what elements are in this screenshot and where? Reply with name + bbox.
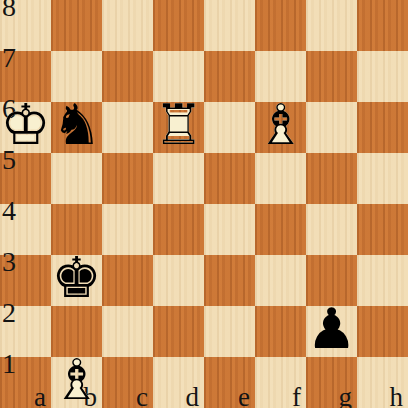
white-king-outline-glyph: ♔	[0, 99, 51, 150]
white-rook-outline-glyph: ♖	[153, 99, 204, 150]
black-pawn[interactable]: ♟	[306, 306, 357, 357]
black-king-glyph: ♚	[51, 252, 102, 303]
file-label-e: e	[204, 383, 250, 408]
white-bishop-outline-glyph: ♗	[255, 99, 306, 150]
square-h8[interactable]	[357, 0, 408, 51]
chess-board: 87654321abcdefgh ♚♔♞♜♖♝♗♚♟♝♗	[0, 0, 408, 408]
square-c7[interactable]	[102, 51, 153, 102]
square-f3[interactable]	[255, 255, 306, 306]
square-f5[interactable]	[255, 153, 306, 204]
rank-label-2: 2	[2, 299, 16, 327]
square-c2[interactable]	[102, 306, 153, 357]
square-d5[interactable]	[153, 153, 204, 204]
file-label-c: c	[102, 383, 148, 408]
white-bishop[interactable]: ♝♗	[255, 102, 306, 153]
square-c3[interactable]	[102, 255, 153, 306]
square-f4[interactable]	[255, 204, 306, 255]
black-pawn-glyph: ♟	[306, 303, 357, 354]
square-e3[interactable]	[204, 255, 255, 306]
white-king[interactable]: ♚♔	[0, 102, 51, 153]
white-rook[interactable]: ♜♖	[153, 102, 204, 153]
square-h4[interactable]	[357, 204, 408, 255]
file-label-f: f	[255, 383, 301, 408]
square-d3[interactable]	[153, 255, 204, 306]
square-h7[interactable]	[357, 51, 408, 102]
square-e6[interactable]	[204, 102, 255, 153]
square-f2[interactable]	[255, 306, 306, 357]
rank-label-4: 4	[2, 197, 16, 225]
square-b5[interactable]	[51, 153, 102, 204]
white-bishop-outline-glyph: ♗	[51, 354, 102, 405]
file-label-h: h	[357, 383, 403, 408]
square-h3[interactable]	[357, 255, 408, 306]
square-d8[interactable]	[153, 0, 204, 51]
square-g8[interactable]	[306, 0, 357, 51]
black-knight[interactable]: ♞	[51, 102, 102, 153]
file-label-d: d	[153, 383, 199, 408]
square-g5[interactable]	[306, 153, 357, 204]
square-f8[interactable]	[255, 0, 306, 51]
black-knight-glyph: ♞	[51, 99, 102, 150]
square-d2[interactable]	[153, 306, 204, 357]
square-b8[interactable]	[51, 0, 102, 51]
square-h6[interactable]	[357, 102, 408, 153]
square-d4[interactable]	[153, 204, 204, 255]
square-c4[interactable]	[102, 204, 153, 255]
square-e8[interactable]	[204, 0, 255, 51]
square-g6[interactable]	[306, 102, 357, 153]
square-c8[interactable]	[102, 0, 153, 51]
square-c6[interactable]	[102, 102, 153, 153]
rank-label-7: 7	[2, 44, 16, 72]
square-g4[interactable]	[306, 204, 357, 255]
square-e5[interactable]	[204, 153, 255, 204]
square-h2[interactable]	[357, 306, 408, 357]
file-label-g: g	[306, 383, 352, 408]
black-king[interactable]: ♚	[51, 255, 102, 306]
square-c5[interactable]	[102, 153, 153, 204]
square-h5[interactable]	[357, 153, 408, 204]
square-g7[interactable]	[306, 51, 357, 102]
rank-label-1: 1	[2, 350, 16, 378]
square-e7[interactable]	[204, 51, 255, 102]
rank-label-8: 8	[2, 0, 16, 21]
rank-label-3: 3	[2, 248, 16, 276]
white-bishop[interactable]: ♝♗	[51, 357, 102, 408]
file-label-a: a	[0, 383, 46, 408]
square-e2[interactable]	[204, 306, 255, 357]
square-e4[interactable]	[204, 204, 255, 255]
